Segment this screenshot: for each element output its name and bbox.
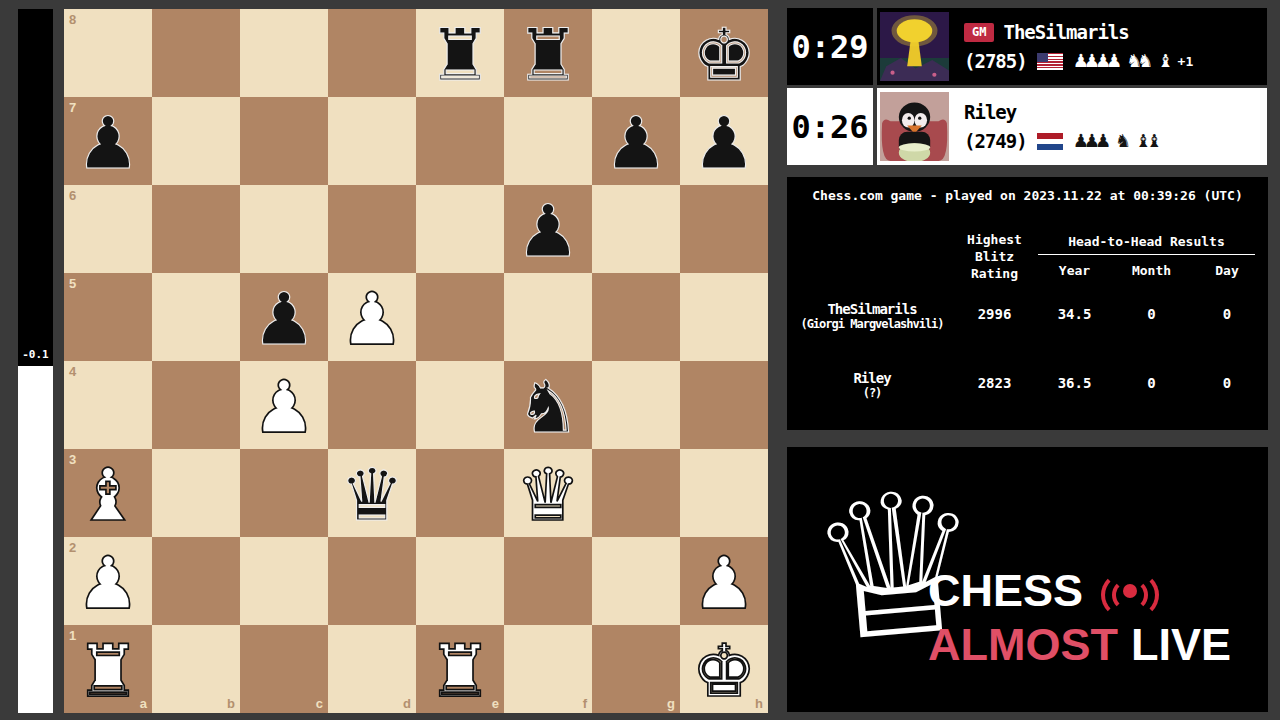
highest-blitz-riley: 2823 xyxy=(947,375,1042,391)
square-h5 xyxy=(680,273,768,361)
white-rook-a1: ♜ xyxy=(64,625,152,713)
square-d2 xyxy=(328,537,416,625)
h2h-underline xyxy=(1038,254,1255,255)
square-a2: 2♟ xyxy=(64,537,152,625)
highest-blitz-thesilmarils: 2996 xyxy=(947,306,1042,322)
file-label-d: d xyxy=(403,696,411,711)
square-c1: c xyxy=(240,625,328,713)
flag-us-icon xyxy=(1037,53,1063,70)
black-pawn-c5: ♟ xyxy=(240,273,328,361)
logo-word-almost: ALMOST xyxy=(928,619,1118,671)
column-header-year: Year xyxy=(1032,262,1117,279)
square-b1: b xyxy=(152,625,240,713)
square-e8: ♜ xyxy=(416,9,504,97)
square-e4 xyxy=(416,361,504,449)
square-f1: f xyxy=(504,625,592,713)
avatar-riley xyxy=(880,92,949,161)
eval-bar-black-section: -0.1 xyxy=(18,9,53,366)
square-d3: ♛ xyxy=(328,449,416,537)
player-card-black: GM TheSilmarils (2785) ♟♟♟♟ ♞♞ ♝ +1 xyxy=(877,8,1267,85)
square-h1: h♚ xyxy=(680,625,768,713)
white-bishop-a3: ♝ xyxy=(64,449,152,537)
square-g2 xyxy=(592,537,680,625)
square-c5: ♟ xyxy=(240,273,328,361)
rank-label-5: 5 xyxy=(69,276,76,291)
black-pawn-h7: ♟ xyxy=(680,97,768,185)
square-a3: 3♝ xyxy=(64,449,152,537)
player-rating-black: (2785) xyxy=(964,50,1027,72)
logo-panel: ♕ CHESS ALMOST LIVE xyxy=(787,447,1268,712)
square-d8 xyxy=(328,9,416,97)
square-h6 xyxy=(680,185,768,273)
square-f5 xyxy=(504,273,592,361)
square-e3 xyxy=(416,449,504,537)
avatar-thesilmarils xyxy=(880,12,949,81)
h2h-month-riley: 0 xyxy=(1109,375,1194,391)
broadcast-frame: -0.1 8♜♜♚7♟♟♟6♟5♟♟4♟♞3♝♛♛2♟♟1a♜bcde♜fgh♚… xyxy=(0,0,1280,720)
square-d7 xyxy=(328,97,416,185)
file-label-f: f xyxy=(583,696,587,711)
h2h-header: Head-to-Head Results xyxy=(1038,234,1255,249)
rating-column-header: Highest Blitz Rating xyxy=(947,231,1042,282)
black-king-h8: ♚ xyxy=(680,9,768,97)
chess-board: 8♜♜♚7♟♟♟6♟5♟♟4♟♞3♝♛♛2♟♟1a♜bcde♜fgh♚ xyxy=(64,9,768,713)
square-b6 xyxy=(152,185,240,273)
captured-knights-icons: ♞♞ xyxy=(1126,50,1148,72)
captured-bishops-icons: ♝♝ xyxy=(1135,130,1157,152)
square-g3 xyxy=(592,449,680,537)
black-pawn-g7: ♟ xyxy=(592,97,680,185)
player-info-white: Riley (2749) ♟♟♟ ♞ ♝♝ xyxy=(949,101,1166,152)
file-label-c: c xyxy=(316,696,323,711)
h2h-year-thesilmarils: 34.5 xyxy=(1032,306,1117,322)
square-c7 xyxy=(240,97,328,185)
square-f3: ♛ xyxy=(504,449,592,537)
game-info-title: Chess.com game - played on 2023.11.22 at… xyxy=(787,188,1268,203)
h2h-day-riley: 0 xyxy=(1186,375,1268,391)
square-c8 xyxy=(240,9,328,97)
rank-label-4: 4 xyxy=(69,364,76,379)
logo-word-chess: CHESS xyxy=(928,565,1083,617)
column-header-month: Month xyxy=(1109,262,1194,279)
captured-knight-icon: ♞ xyxy=(1115,130,1126,152)
square-h7: ♟ xyxy=(680,97,768,185)
player-info-black: GM TheSilmarils (2785) ♟♟♟♟ ♞♞ ♝ +1 xyxy=(949,21,1193,72)
square-f2 xyxy=(504,537,592,625)
h2h-day-thesilmarils: 0 xyxy=(1186,306,1268,322)
column-header-day: Day xyxy=(1186,262,1268,279)
black-rook-f8: ♜ xyxy=(504,9,592,97)
white-pawn-h2: ♟ xyxy=(680,537,768,625)
square-h4 xyxy=(680,361,768,449)
square-e6 xyxy=(416,185,504,273)
clock-white: 0:26 xyxy=(787,88,873,165)
white-pawn-a2: ♟ xyxy=(64,537,152,625)
white-pawn-c4: ♟ xyxy=(240,361,328,449)
clock-black: 0:29 xyxy=(787,8,873,85)
black-pawn-f6: ♟ xyxy=(504,185,592,273)
square-d1: d xyxy=(328,625,416,713)
logo-word-live: LIVE xyxy=(1131,619,1231,671)
white-queen-f3: ♛ xyxy=(504,449,592,537)
file-label-g: g xyxy=(667,696,675,711)
white-rook-e1: ♜ xyxy=(416,625,504,713)
captured-pawns-icons: ♟♟♟♟ xyxy=(1073,50,1118,72)
square-e1: e♜ xyxy=(416,625,504,713)
info-panel: Chess.com game - played on 2023.11.22 at… xyxy=(787,177,1268,430)
square-c3 xyxy=(240,449,328,537)
player-card-white: Riley (2749) ♟♟♟ ♞ ♝♝ xyxy=(877,88,1267,165)
captured-pawns-icons: ♟♟♟ xyxy=(1073,130,1106,152)
square-g6 xyxy=(592,185,680,273)
square-h2: ♟ xyxy=(680,537,768,625)
square-h3 xyxy=(680,449,768,537)
square-a8: 8 xyxy=(64,9,152,97)
square-a5: 5 xyxy=(64,273,152,361)
square-b2 xyxy=(152,537,240,625)
square-a6: 6 xyxy=(64,185,152,273)
square-a4: 4 xyxy=(64,361,152,449)
square-f6: ♟ xyxy=(504,185,592,273)
black-knight-f4: ♞ xyxy=(504,361,592,449)
rank-label-6: 6 xyxy=(69,188,76,203)
square-b7 xyxy=(152,97,240,185)
square-g7: ♟ xyxy=(592,97,680,185)
square-f4: ♞ xyxy=(504,361,592,449)
square-c2 xyxy=(240,537,328,625)
flag-nl-icon xyxy=(1037,133,1063,150)
square-c6 xyxy=(240,185,328,273)
square-g5 xyxy=(592,273,680,361)
square-e5 xyxy=(416,273,504,361)
material-advantage: +1 xyxy=(1178,54,1194,69)
h2h-year-riley: 36.5 xyxy=(1032,375,1117,391)
square-e7 xyxy=(416,97,504,185)
square-b8 xyxy=(152,9,240,97)
square-d6 xyxy=(328,185,416,273)
eval-bar: -0.1 xyxy=(18,9,53,713)
h2h-month-thesilmarils: 0 xyxy=(1109,306,1194,322)
square-g1: g xyxy=(592,625,680,713)
square-a1: 1a♜ xyxy=(64,625,152,713)
player-rating-white: (2749) xyxy=(964,130,1027,152)
square-h8: ♚ xyxy=(680,9,768,97)
square-f8: ♜ xyxy=(504,9,592,97)
h2h-row-riley: Riley (?) xyxy=(787,370,957,400)
square-b4 xyxy=(152,361,240,449)
square-d5: ♟ xyxy=(328,273,416,361)
square-b5 xyxy=(152,273,240,361)
player-name-black: TheSilmarils xyxy=(1003,21,1128,43)
captured-bishop-icon: ♝ xyxy=(1157,50,1168,72)
square-f7 xyxy=(504,97,592,185)
square-d4 xyxy=(328,361,416,449)
square-g8 xyxy=(592,9,680,97)
eval-score: -0.1 xyxy=(18,348,53,361)
square-e2 xyxy=(416,537,504,625)
rank-label-8: 8 xyxy=(69,12,76,27)
square-a7: 7♟ xyxy=(64,97,152,185)
file-label-b: b xyxy=(227,696,235,711)
black-rook-e8: ♜ xyxy=(416,9,504,97)
black-pawn-a7: ♟ xyxy=(64,97,152,185)
square-b3 xyxy=(152,449,240,537)
h2h-row-thesilmarils: TheSilmarils (Giorgi Margvelashvili) xyxy=(787,301,957,331)
white-king-h1: ♚ xyxy=(680,625,768,713)
black-queen-d3: ♛ xyxy=(328,449,416,537)
square-c4: ♟ xyxy=(240,361,328,449)
white-pawn-d5: ♟ xyxy=(328,273,416,361)
player-name-white: Riley xyxy=(964,101,1016,123)
square-g4 xyxy=(592,361,680,449)
gm-badge: GM xyxy=(964,23,994,42)
broadcast-icon xyxy=(1097,570,1163,612)
